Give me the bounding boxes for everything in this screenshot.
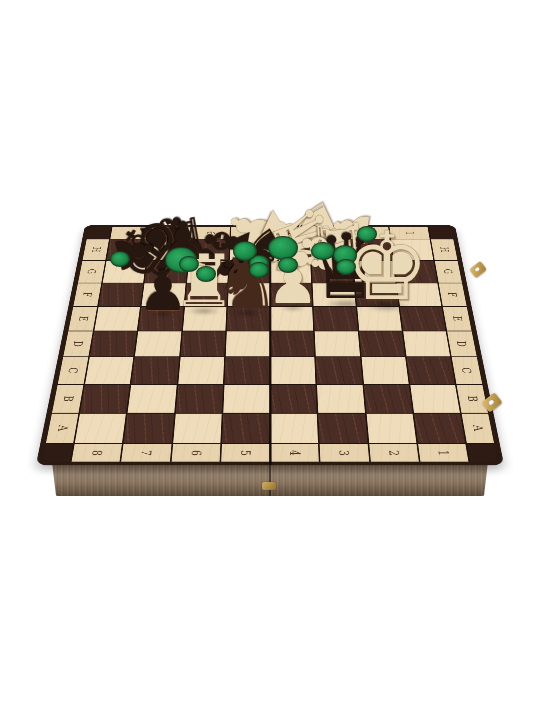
green-felt-base <box>268 236 298 260</box>
green-felt-base <box>110 251 130 267</box>
green-felt-base <box>233 241 257 260</box>
green-felt-base <box>336 259 355 275</box>
green-felt-base <box>357 226 376 242</box>
pieces-layer: ♟♝♞♛♟♜♝♟♟♟♜♝♚♟♝♟♟♟♞♟♟♜♞♟♛♚ <box>0 0 540 720</box>
green-felt-base <box>311 242 334 261</box>
green-felt-base <box>249 262 268 278</box>
green-felt-base <box>196 266 215 282</box>
photo-canvas: 87654321HHGGFFEEDDCCBBAA87654321 ♟♝♞♛♟♜♝… <box>0 0 540 720</box>
green-felt-base <box>278 257 298 273</box>
